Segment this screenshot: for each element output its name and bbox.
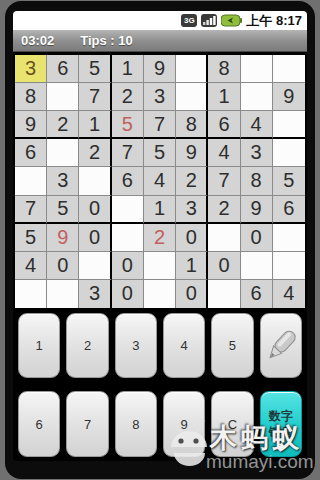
cell-r4c5[interactable]: 5 (144, 139, 176, 167)
3g-icon: 3G (181, 14, 197, 27)
signal-strength-icon (201, 14, 217, 27)
sudoku-grid[interactable]: 3651988723199215786462759433642785750132… (13, 53, 307, 310)
clock-text: 上午 8:17 (246, 12, 302, 30)
cell-r9c1[interactable] (15, 280, 47, 308)
cell-r6c9[interactable]: 6 (273, 196, 305, 224)
cell-r5c2[interactable]: 3 (47, 167, 79, 195)
cell-r3c2[interactable]: 2 (47, 111, 79, 139)
cell-r5c9[interactable]: 5 (273, 167, 305, 195)
cell-r1c7[interactable]: 8 (208, 55, 240, 83)
cell-r7c7[interactable] (208, 224, 240, 252)
cell-r6c4[interactable] (112, 196, 144, 224)
cell-r1c2[interactable]: 6 (47, 55, 79, 83)
status-bar: 3G 上午 8:17 (13, 11, 307, 30)
key-9[interactable]: 9 (163, 391, 205, 457)
cell-r6c5[interactable]: 1 (144, 196, 176, 224)
cell-r8c1[interactable]: 4 (15, 252, 47, 280)
cell-r4c9[interactable] (273, 139, 305, 167)
cell-r5c1[interactable] (15, 167, 47, 195)
cell-r9c7[interactable] (208, 280, 240, 308)
cell-r5c3[interactable] (79, 167, 111, 195)
cell-r6c8[interactable]: 9 (241, 196, 273, 224)
cell-r7c3[interactable]: 0 (79, 224, 111, 252)
cell-r8c3[interactable] (79, 252, 111, 280)
cell-r1c6[interactable] (176, 55, 208, 83)
cell-r4c1[interactable]: 6 (15, 139, 47, 167)
key-3[interactable]: 3 (115, 313, 157, 378)
cell-r7c6[interactable]: 0 (176, 224, 208, 252)
cell-r6c2[interactable]: 5 (47, 196, 79, 224)
cell-r2c4[interactable]: 2 (112, 83, 144, 111)
key-clear[interactable]: C (211, 391, 253, 457)
cell-r6c6[interactable]: 3 (176, 196, 208, 224)
cell-r2c2[interactable] (47, 83, 79, 111)
cell-r7c4[interactable] (112, 224, 144, 252)
game-info-bar: 03:02 Tips : 10 (13, 30, 307, 52)
cell-r8c2[interactable]: 0 (47, 252, 79, 280)
cell-r3c5[interactable]: 7 (144, 111, 176, 139)
key-8[interactable]: 8 (115, 391, 157, 457)
cell-r6c3[interactable]: 0 (79, 196, 111, 224)
cell-r2c3[interactable]: 7 (79, 83, 111, 111)
cell-r2c7[interactable]: 1 (208, 83, 240, 111)
cell-r1c8[interactable] (241, 55, 273, 83)
cell-r4c2[interactable] (47, 139, 79, 167)
cell-r7c8[interactable]: 0 (241, 224, 273, 252)
cell-r8c8[interactable] (241, 252, 273, 280)
tips-counter: Tips : 10 (80, 33, 133, 48)
pencil-icon (261, 324, 301, 368)
cell-r6c7[interactable]: 2 (208, 196, 240, 224)
app-screen: 3G 上午 8:17 03:02 Tips : 10 (13, 11, 307, 461)
cell-r7c1[interactable]: 5 (15, 224, 47, 252)
phone-screenshot: 3G 上午 8:17 03:02 Tips : 10 (0, 0, 320, 480)
numeric-keyboard-label-line2: 键盘 (269, 424, 293, 440)
cell-r2c9[interactable]: 9 (273, 83, 305, 111)
cell-r7c2[interactable]: 9 (47, 224, 79, 252)
key-7[interactable]: 7 (66, 391, 108, 457)
cell-r6c1[interactable]: 7 (15, 196, 47, 224)
cell-r2c8[interactable] (241, 83, 273, 111)
pencil-button[interactable] (260, 313, 302, 378)
keypad-row-1: 1 2 3 4 5 (18, 313, 302, 378)
cell-r9c2[interactable] (47, 280, 79, 308)
cell-r5c5[interactable]: 4 (144, 167, 176, 195)
keypad-row-2: 6 7 8 9 C 数字 键盘 (18, 391, 302, 457)
cell-r3c3[interactable]: 1 (79, 111, 111, 139)
cell-r9c3[interactable]: 3 (79, 280, 111, 308)
numeric-keyboard-label-line1: 数字 (269, 408, 293, 424)
cell-r8c9[interactable] (273, 252, 305, 280)
cell-r5c7[interactable]: 7 (208, 167, 240, 195)
cell-r1c4[interactable]: 1 (112, 55, 144, 83)
key-1[interactable]: 1 (18, 313, 60, 378)
key-4[interactable]: 4 (163, 313, 205, 378)
cell-r1c3[interactable]: 5 (79, 55, 111, 83)
cell-r9c8[interactable]: 6 (241, 280, 273, 308)
cell-r1c5[interactable]: 9 (144, 55, 176, 83)
phone-bezel: 3G 上午 8:17 03:02 Tips : 10 (5, 1, 315, 479)
cell-r8c5[interactable] (144, 252, 176, 280)
cell-r8c4[interactable]: 0 (112, 252, 144, 280)
cell-r4c4[interactable]: 7 (112, 139, 144, 167)
cell-r9c4[interactable]: 0 (112, 280, 144, 308)
cell-r4c3[interactable]: 2 (79, 139, 111, 167)
cell-r2c5[interactable]: 3 (144, 83, 176, 111)
cell-r4c8[interactable]: 3 (241, 139, 273, 167)
cell-r3c7[interactable]: 6 (208, 111, 240, 139)
cell-r3c6[interactable]: 8 (176, 111, 208, 139)
cell-r3c1[interactable]: 9 (15, 111, 47, 139)
cell-r9c6[interactable]: 0 (176, 280, 208, 308)
cell-r5c4[interactable]: 6 (112, 167, 144, 195)
timer-text: 03:02 (21, 33, 54, 48)
numeric-keyboard-button[interactable]: 数字 键盘 (260, 391, 302, 457)
cell-r7c5[interactable]: 2 (144, 224, 176, 252)
cell-r4c7[interactable]: 4 (208, 139, 240, 167)
key-2[interactable]: 2 (66, 313, 108, 378)
cell-r9c5[interactable] (144, 280, 176, 308)
cell-r1c1[interactable]: 3 (15, 55, 47, 83)
key-5[interactable]: 5 (211, 313, 253, 378)
cell-r5c6[interactable]: 2 (176, 167, 208, 195)
battery-icon (221, 14, 242, 27)
cell-r3c8[interactable]: 4 (241, 111, 273, 139)
cell-r2c6[interactable] (176, 83, 208, 111)
key-6[interactable]: 6 (18, 391, 60, 457)
cell-r7c9[interactable] (273, 224, 305, 252)
cell-r2c1[interactable]: 8 (15, 83, 47, 111)
cell-r8c7[interactable]: 0 (208, 252, 240, 280)
cell-r8c6[interactable]: 1 (176, 252, 208, 280)
cell-r9c9[interactable]: 4 (273, 280, 305, 308)
cell-r4c6[interactable]: 9 (176, 139, 208, 167)
cell-r1c9[interactable] (273, 55, 305, 83)
cell-r5c8[interactable]: 8 (241, 167, 273, 195)
cell-r3c9[interactable] (273, 111, 305, 139)
cell-r3c4[interactable]: 5 (112, 111, 144, 139)
